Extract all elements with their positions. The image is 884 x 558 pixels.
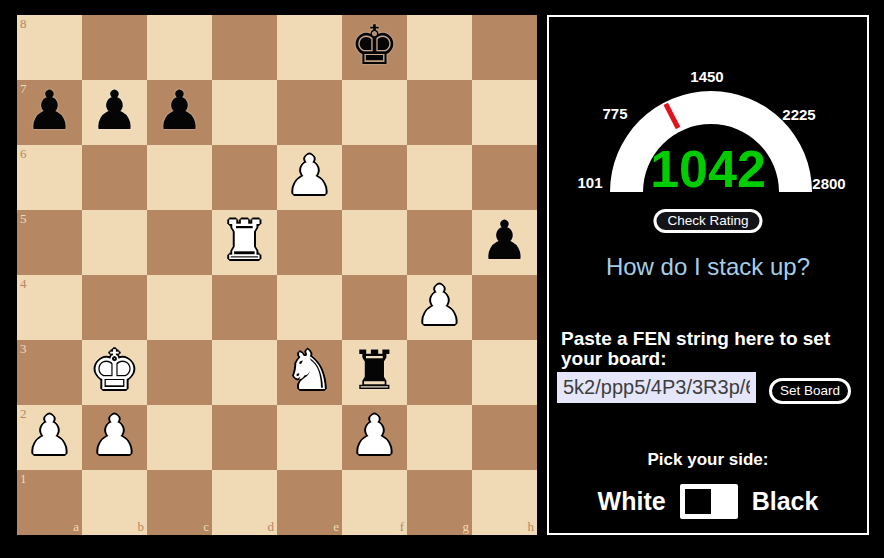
square-c4[interactable]	[147, 275, 212, 340]
rank-label-6: 6	[20, 147, 27, 160]
rating-panel: 101 775 1450 2225 2800 1042 Check Rating…	[547, 15, 869, 535]
square-d5[interactable]: ♜	[212, 210, 277, 275]
file-label-d: d	[268, 520, 275, 533]
square-h1[interactable]: h	[472, 470, 537, 535]
square-f6[interactable]	[342, 145, 407, 210]
file-label-c: c	[203, 520, 209, 533]
fen-prompt-label: Paste a FEN string here to set your boar…	[561, 329, 841, 369]
square-g7[interactable]	[407, 80, 472, 145]
square-c1[interactable]: c	[147, 470, 212, 535]
black-pawn-c7[interactable]: ♟	[147, 80, 212, 145]
file-label-a: a	[73, 520, 79, 533]
square-h8[interactable]	[472, 15, 537, 80]
file-label-f: f	[400, 520, 404, 533]
side-picker: White Black	[549, 484, 867, 519]
square-g3[interactable]	[407, 340, 472, 405]
square-c6[interactable]	[147, 145, 212, 210]
square-e1[interactable]: e	[277, 470, 342, 535]
square-g8[interactable]	[407, 15, 472, 80]
side-toggle-knob	[685, 489, 711, 514]
file-label-b: b	[138, 520, 145, 533]
square-h3[interactable]	[472, 340, 537, 405]
square-a4[interactable]: 4	[17, 275, 82, 340]
black-pawn-b7[interactable]: ♟	[82, 80, 147, 145]
black-pawn-a7[interactable]: ♟	[17, 80, 82, 145]
rank-label-8: 8	[20, 17, 27, 30]
square-h5[interactable]: ♟	[472, 210, 537, 275]
pick-side-label: Pick your side:	[549, 450, 867, 470]
white-knight-e3[interactable]: ♞	[277, 340, 342, 405]
white-king-b3[interactable]: ♚	[82, 340, 147, 405]
square-f8[interactable]: ♚	[342, 15, 407, 80]
square-b5[interactable]	[82, 210, 147, 275]
square-c3[interactable]	[147, 340, 212, 405]
square-d4[interactable]	[212, 275, 277, 340]
file-label-h: h	[528, 520, 535, 533]
square-h4[interactable]	[472, 275, 537, 340]
fen-input[interactable]	[557, 372, 756, 403]
square-d3[interactable]	[212, 340, 277, 405]
square-d7[interactable]	[212, 80, 277, 145]
square-b6[interactable]	[82, 145, 147, 210]
square-e7[interactable]	[277, 80, 342, 145]
square-h6[interactable]	[472, 145, 537, 210]
square-c8[interactable]	[147, 15, 212, 80]
file-label-e: e	[333, 520, 339, 533]
square-g4[interactable]: ♟	[407, 275, 472, 340]
square-g2[interactable]	[407, 405, 472, 470]
white-pawn-g4[interactable]: ♟	[407, 275, 472, 340]
square-f4[interactable]	[342, 275, 407, 340]
square-a6[interactable]: 6	[17, 145, 82, 210]
file-label-g: g	[463, 520, 470, 533]
square-f7[interactable]	[342, 80, 407, 145]
square-f3[interactable]: ♜	[342, 340, 407, 405]
square-e3[interactable]: ♞	[277, 340, 342, 405]
square-e4[interactable]	[277, 275, 342, 340]
square-a3[interactable]: 3	[17, 340, 82, 405]
square-a8[interactable]: 8	[17, 15, 82, 80]
square-g6[interactable]	[407, 145, 472, 210]
square-f1[interactable]: f	[342, 470, 407, 535]
white-pawn-f2[interactable]: ♟	[342, 405, 407, 470]
rating-value: 1042	[549, 146, 867, 192]
rank-label-5: 5	[20, 212, 27, 225]
square-b8[interactable]	[82, 15, 147, 80]
square-d2[interactable]	[212, 405, 277, 470]
square-b1[interactable]: b	[82, 470, 147, 535]
rank-label-1: 1	[20, 472, 27, 485]
square-d6[interactable]	[212, 145, 277, 210]
square-e8[interactable]	[277, 15, 342, 80]
chess-board: 8♚7♟♟♟6♟5♜♟4♟3♚♞♜2♟♟♟1abcdefgh	[17, 15, 537, 535]
square-e5[interactable]	[277, 210, 342, 275]
square-a1[interactable]: 1a	[17, 470, 82, 535]
white-pawn-e6[interactable]: ♟	[277, 145, 342, 210]
square-c2[interactable]	[147, 405, 212, 470]
square-e6[interactable]: ♟	[277, 145, 342, 210]
side-black-label: Black	[752, 487, 819, 516]
black-pawn-h5[interactable]: ♟	[472, 210, 537, 275]
check-rating-button[interactable]: Check Rating	[653, 209, 762, 233]
side-toggle[interactable]	[680, 484, 738, 519]
black-rook-f3[interactable]: ♜	[342, 340, 407, 405]
square-h2[interactable]	[472, 405, 537, 470]
square-a5[interactable]: 5	[17, 210, 82, 275]
black-king-f8[interactable]: ♚	[342, 15, 407, 80]
square-b4[interactable]	[82, 275, 147, 340]
square-a2[interactable]: 2♟	[17, 405, 82, 470]
square-b2[interactable]: ♟	[82, 405, 147, 470]
white-pawn-b2[interactable]: ♟	[82, 405, 147, 470]
square-h7[interactable]	[472, 80, 537, 145]
white-rook-d5[interactable]: ♜	[212, 210, 277, 275]
square-d8[interactable]	[212, 15, 277, 80]
square-e2[interactable]	[277, 405, 342, 470]
square-c7[interactable]: ♟	[147, 80, 212, 145]
white-pawn-a2[interactable]: ♟	[17, 405, 82, 470]
square-g1[interactable]: g	[407, 470, 472, 535]
square-f5[interactable]	[342, 210, 407, 275]
side-white-label: White	[598, 487, 666, 516]
square-c5[interactable]	[147, 210, 212, 275]
rank-label-4: 4	[20, 277, 27, 290]
square-f2[interactable]: ♟	[342, 405, 407, 470]
square-b7[interactable]: ♟	[82, 80, 147, 145]
gauge-tick-1450: 1450	[690, 68, 723, 85]
rank-label-3: 3	[20, 342, 27, 355]
square-b3[interactable]: ♚	[82, 340, 147, 405]
set-board-button[interactable]: Set Board	[769, 378, 851, 404]
square-d1[interactable]: d	[212, 470, 277, 535]
square-g5[interactable]	[407, 210, 472, 275]
stack-up-link[interactable]: How do I stack up?	[549, 253, 867, 281]
square-a7[interactable]: 7♟	[17, 80, 82, 145]
